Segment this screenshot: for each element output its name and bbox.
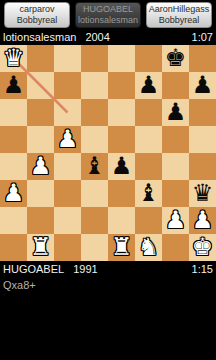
square-f5[interactable] [135, 126, 162, 153]
square-d5[interactable] [81, 126, 108, 153]
square-g4[interactable] [162, 153, 189, 180]
black-queen-h3[interactable]: ♛ [192, 180, 214, 207]
square-d6[interactable] [81, 99, 108, 126]
square-g1[interactable] [162, 234, 189, 261]
square-a1[interactable] [0, 234, 27, 261]
opponent-name: lotionsalesman [3, 31, 76, 43]
black-pawn-g6[interactable]: ♟ [165, 99, 187, 126]
square-c7[interactable] [54, 72, 81, 99]
square-c2[interactable] [54, 207, 81, 234]
black-pawn-e4[interactable]: ♟ [111, 153, 133, 180]
opponent-rating: 2004 [85, 31, 109, 43]
square-b2[interactable] [27, 207, 54, 234]
square-e8[interactable] [108, 45, 135, 72]
square-h3[interactable]: ♛ [189, 180, 216, 207]
square-g6[interactable]: ♟ [162, 99, 189, 126]
tab-player-bottom: Bobbyreal [17, 15, 58, 26]
tab-player-top: AaronHillegass [149, 4, 210, 15]
square-f4[interactable] [135, 153, 162, 180]
square-b6[interactable] [27, 99, 54, 126]
player-rating: 1991 [73, 263, 97, 275]
square-b7[interactable] [27, 72, 54, 99]
white-queen-a8[interactable]: ♛ [3, 45, 25, 72]
square-e5[interactable] [108, 126, 135, 153]
last-move-text: Qxa8+ [0, 277, 216, 291]
square-a5[interactable] [0, 126, 27, 153]
square-d1[interactable] [81, 234, 108, 261]
square-g2[interactable]: ♟ [162, 207, 189, 234]
square-a6[interactable] [0, 99, 27, 126]
tab-player-top: HUGOABEL [83, 4, 133, 15]
square-c5[interactable]: ♟ [54, 126, 81, 153]
player-name: HUGOABEL [3, 263, 64, 275]
square-e1[interactable]: ♜ [108, 234, 135, 261]
white-pawn-c5[interactable]: ♟ [57, 126, 79, 153]
square-a2[interactable] [0, 207, 27, 234]
white-knight-f1[interactable]: ♞ [138, 234, 160, 261]
white-rook-b1[interactable]: ♜ [30, 234, 52, 261]
square-h6[interactable] [189, 99, 216, 126]
white-pawn-b4[interactable]: ♟ [30, 153, 52, 180]
white-pawn-h2[interactable]: ♟ [192, 207, 214, 234]
opponent-clock: 1:07 [192, 31, 213, 43]
black-bishop-f3[interactable]: ♝ [138, 180, 160, 207]
black-pawn-a7[interactable]: ♟ [3, 72, 25, 99]
square-c8[interactable] [54, 45, 81, 72]
square-b5[interactable] [27, 126, 54, 153]
square-h7[interactable]: ♟ [189, 72, 216, 99]
black-bishop-d4[interactable]: ♝ [84, 153, 106, 180]
tab-game-1[interactable]: carparov Bobbyreal [4, 2, 70, 28]
square-a4[interactable] [0, 153, 27, 180]
tab-player-top: carparov [19, 4, 54, 15]
square-d4[interactable]: ♝ [81, 153, 108, 180]
game-tab-bar: carparov Bobbyreal HUGOABEL lotionsalesm… [0, 0, 216, 28]
square-b3[interactable] [27, 180, 54, 207]
square-f3[interactable]: ♝ [135, 180, 162, 207]
square-c1[interactable] [54, 234, 81, 261]
tab-game-2-selected[interactable]: HUGOABEL lotionsalesman [75, 2, 141, 28]
white-pawn-a3[interactable]: ♟ [3, 180, 25, 207]
square-f7[interactable]: ♟ [135, 72, 162, 99]
square-b8[interactable] [27, 45, 54, 72]
square-g3[interactable] [162, 180, 189, 207]
square-e4[interactable]: ♟ [108, 153, 135, 180]
square-d3[interactable] [81, 180, 108, 207]
square-g7[interactable] [162, 72, 189, 99]
square-d8[interactable] [81, 45, 108, 72]
square-h2[interactable]: ♟ [189, 207, 216, 234]
square-e2[interactable] [108, 207, 135, 234]
tab-game-3[interactable]: AaronHillegass Bobbyreal [146, 2, 212, 28]
square-f8[interactable] [135, 45, 162, 72]
square-b4[interactable]: ♟ [27, 153, 54, 180]
square-f6[interactable] [135, 99, 162, 126]
square-f1[interactable]: ♞ [135, 234, 162, 261]
square-g5[interactable] [162, 126, 189, 153]
square-h1[interactable]: ♚ [189, 234, 216, 261]
white-pawn-g2[interactable]: ♟ [165, 207, 187, 234]
square-e3[interactable] [108, 180, 135, 207]
player-info-bar: HUGOABEL 1991 1:15 [0, 261, 216, 277]
black-pawn-f7[interactable]: ♟ [138, 72, 160, 99]
square-h4[interactable] [189, 153, 216, 180]
square-c4[interactable] [54, 153, 81, 180]
black-pawn-h7[interactable]: ♟ [192, 72, 214, 99]
chess-board[interactable]: ♛♚♟♟♟♟♟♟♝♟♟♝♛♟♟♜♜♞♚ [0, 45, 216, 261]
square-g8[interactable]: ♚ [162, 45, 189, 72]
square-f2[interactable] [135, 207, 162, 234]
square-c3[interactable] [54, 180, 81, 207]
square-e7[interactable] [108, 72, 135, 99]
tab-player-bottom: Bobbyreal [159, 15, 200, 26]
square-c6[interactable] [54, 99, 81, 126]
white-rook-e1[interactable]: ♜ [111, 234, 133, 261]
square-h5[interactable] [189, 126, 216, 153]
opponent-info-bar: lotionsalesman 2004 1:07 [0, 28, 216, 45]
black-king-g8[interactable]: ♚ [165, 45, 187, 72]
tab-player-bottom: lotionsalesman [78, 15, 138, 26]
square-d2[interactable] [81, 207, 108, 234]
square-a3[interactable]: ♟ [0, 180, 27, 207]
square-h8[interactable] [189, 45, 216, 72]
white-king-h1[interactable]: ♚ [192, 234, 214, 261]
square-b1[interactable]: ♜ [27, 234, 54, 261]
square-d7[interactable] [81, 72, 108, 99]
square-a7[interactable]: ♟ [0, 72, 27, 99]
square-a8[interactable]: ♛ [0, 45, 27, 72]
square-e6[interactable] [108, 99, 135, 126]
player-clock: 1:15 [192, 263, 213, 275]
